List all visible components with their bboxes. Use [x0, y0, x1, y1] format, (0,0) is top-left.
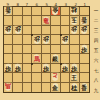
piece-gote-12[interactable]: 香 — [80, 16, 88, 25]
piece-glyph: 歩 — [5, 27, 11, 33]
piece-glyph: 馬 — [34, 56, 40, 62]
rank-label: 四 — [94, 39, 99, 44]
star-point — [31, 34, 33, 36]
rank-label: 六 — [94, 59, 99, 64]
board-cell-34[interactable]: 歩 — [61, 35, 70, 44]
board-cell-54[interactable]: 歩 — [42, 35, 51, 44]
piece-gote-34[interactable]: 歩 — [61, 35, 69, 44]
board-cell-75[interactable] — [23, 45, 32, 54]
piece-gote-54[interactable]: 歩 — [42, 35, 50, 44]
board-cell-72[interactable] — [23, 16, 32, 25]
star-point — [60, 34, 62, 36]
board-cell-98[interactable] — [4, 73, 13, 82]
piece-sente-19[interactable]: 香 — [80, 83, 88, 92]
board-cell-69[interactable] — [32, 83, 41, 92]
piece-glyph: 桂 — [71, 8, 77, 14]
board-cell-68[interactable] — [32, 73, 41, 82]
board-cell-36[interactable] — [61, 54, 70, 63]
board-cell-18[interactable] — [80, 73, 89, 82]
piece-glyph: 歩 — [43, 36, 49, 42]
rank-label: 一 — [94, 9, 99, 14]
board-cell-35[interactable] — [61, 45, 70, 54]
piece-sente-49[interactable]: 金 — [51, 83, 59, 92]
rank-label: 二 — [94, 19, 99, 24]
piece-glyph: 香 — [5, 8, 11, 14]
board-cell-48[interactable]: と — [51, 73, 60, 82]
board-cell-57[interactable]: 歩 — [42, 64, 51, 73]
piece-gote-91[interactable]: 香 — [4, 7, 12, 16]
piece-glyph: 歩 — [71, 27, 77, 33]
board-cell-31[interactable] — [61, 7, 70, 16]
piece-gote-41[interactable]: 金 — [51, 7, 59, 16]
piece-glyph: 歩 — [15, 65, 21, 71]
board-cell-67[interactable] — [32, 64, 41, 73]
board-cell-62[interactable] — [32, 16, 41, 25]
board-cell-13[interactable]: 歩 — [80, 26, 89, 35]
piece-gote-93[interactable]: 歩 — [4, 26, 12, 35]
board-cell-66[interactable]: 馬 — [32, 54, 41, 63]
piece-glyph: 歩 — [62, 65, 68, 71]
board-cell-19[interactable]: 香 — [80, 83, 89, 92]
piece-glyph: 香 — [81, 85, 87, 91]
piece-gote-99[interactable]: 馬 — [4, 83, 12, 92]
board-cell-23[interactable]: 歩 — [70, 26, 79, 35]
board-cell-49[interactable]: 金 — [51, 83, 60, 92]
shogi-app: 987654321 一二三四五六七八九 香金桂竜玉香歩歩歩歩歩歩歩歩馬銀歩歩歩歩… — [0, 0, 100, 100]
board-cell-83[interactable]: 歩 — [13, 26, 22, 35]
board-cell-33[interactable] — [61, 26, 70, 35]
piece-sente-37[interactable]: 歩 — [61, 63, 69, 72]
board-cell-37[interactable]: 歩 — [61, 64, 70, 73]
board-cell-61[interactable] — [32, 7, 41, 16]
board-cell-93[interactable]: 歩 — [4, 26, 13, 35]
board-cell-74[interactable] — [23, 35, 32, 44]
piece-glyph: 歩 — [43, 65, 49, 71]
piece-gote-48[interactable]: と — [51, 73, 59, 82]
piece-sente-87[interactable]: 歩 — [14, 63, 22, 72]
board-cell-17[interactable] — [80, 64, 89, 73]
board-cell-44[interactable] — [51, 35, 60, 44]
piece-glyph: 玉 — [71, 17, 77, 23]
piece-sente-27[interactable]: 歩 — [70, 63, 78, 72]
board-cell-27[interactable]: 歩 — [70, 64, 79, 73]
piece-sente-28[interactable]: 王 — [70, 73, 78, 82]
piece-glyph: と — [52, 74, 58, 80]
piece-sente-66[interactable]: 馬 — [33, 54, 41, 63]
board-cell-15[interactable]: 歩 — [80, 45, 89, 54]
board-cell-41[interactable]: 金 — [51, 7, 60, 16]
piece-gote-22[interactable]: 玉 — [70, 16, 78, 25]
board-cell-63[interactable] — [32, 26, 41, 35]
board-cell-29[interactable]: 桂 — [70, 83, 79, 92]
board-cell-45[interactable] — [51, 45, 60, 54]
board-cell-42[interactable] — [51, 16, 60, 25]
piece-glyph: 歩 — [81, 46, 87, 52]
board-cell-95[interactable] — [4, 45, 13, 54]
rank-labels: 一二三四五六七八九 — [91, 6, 100, 93]
rank-label: 八 — [94, 79, 99, 84]
piece-glyph: 桂 — [71, 85, 77, 91]
rank-label: 三 — [94, 29, 99, 34]
board-cell-97[interactable]: 歩 — [4, 64, 13, 73]
piece-glyph: 歩 — [71, 65, 77, 71]
board-grid: 香金桂竜玉香歩歩歩歩歩歩歩歩馬銀歩歩歩歩歩と王馬金桂香 — [4, 7, 89, 92]
board-cell-52[interactable]: 竜 — [42, 16, 51, 25]
board-cell-96[interactable] — [4, 54, 13, 63]
board-cell-81[interactable] — [13, 7, 22, 16]
piece-gote-64[interactable]: 歩 — [33, 35, 41, 44]
board-cell-87[interactable]: 歩 — [13, 64, 22, 73]
board-cell-65[interactable] — [32, 45, 41, 54]
board-cell-51[interactable] — [42, 7, 51, 16]
board-cell-89[interactable] — [13, 83, 22, 92]
shogi-board: 香金桂竜玉香歩歩歩歩歩歩歩歩馬銀歩歩歩歩歩と王馬金桂香 — [3, 6, 90, 93]
star-point — [60, 63, 62, 65]
board-cell-92[interactable] — [4, 16, 13, 25]
piece-glyph: 歩 — [5, 65, 11, 71]
piece-glyph: 竜 — [43, 18, 49, 24]
piece-glyph: 馬 — [5, 84, 11, 90]
piece-glyph: 香 — [81, 17, 87, 23]
piece-sente-46[interactable]: 銀 — [51, 54, 59, 63]
piece-sente-15[interactable]: 歩 — [80, 45, 88, 54]
piece-glyph: 王 — [71, 75, 77, 81]
board-cell-91[interactable]: 香 — [4, 7, 13, 16]
board-cell-25[interactable] — [70, 45, 79, 54]
board-cell-64[interactable]: 歩 — [32, 35, 41, 44]
board-cell-58[interactable] — [42, 73, 51, 82]
star-point — [31, 63, 33, 65]
board-cell-82[interactable] — [13, 16, 22, 25]
piece-glyph: 金 — [52, 8, 58, 14]
board-cell-85[interactable] — [13, 45, 22, 54]
board-cell-86[interactable] — [13, 54, 22, 63]
board-cell-77[interactable] — [23, 64, 32, 73]
board-cell-26[interactable] — [70, 54, 79, 63]
piece-glyph: 金 — [52, 85, 58, 91]
board-cell-47[interactable] — [51, 64, 60, 73]
piece-glyph: 歩 — [62, 36, 68, 42]
board-cell-94[interactable] — [4, 35, 13, 44]
board-cell-79[interactable] — [23, 83, 32, 92]
board-cell-78[interactable] — [23, 73, 32, 82]
piece-sente-57[interactable]: 歩 — [42, 63, 50, 72]
piece-glyph: 銀 — [52, 56, 58, 62]
board-cell-22[interactable]: 玉 — [70, 16, 79, 25]
rank-label: 九 — [94, 89, 99, 94]
board-cell-21[interactable]: 桂 — [70, 7, 79, 16]
board-cell-16[interactable] — [80, 54, 89, 63]
piece-sente-97[interactable]: 歩 — [4, 63, 12, 72]
board-cell-56[interactable] — [42, 54, 51, 63]
piece-sente-52[interactable]: 竜 — [42, 16, 50, 25]
piece-gote-83[interactable]: 歩 — [14, 26, 22, 35]
board-cell-55[interactable] — [42, 45, 51, 54]
piece-gote-23[interactable]: 歩 — [70, 26, 78, 35]
board-cell-38[interactable] — [61, 73, 70, 82]
board-cell-84[interactable] — [13, 35, 22, 44]
piece-sente-29[interactable]: 桂 — [70, 83, 78, 92]
board-cell-59[interactable] — [42, 83, 51, 92]
board-cell-11[interactable] — [80, 7, 89, 16]
board-cell-53[interactable] — [42, 26, 51, 35]
board-cell-39[interactable] — [61, 83, 70, 92]
board-cell-99[interactable]: 馬 — [4, 83, 13, 92]
piece-gote-21[interactable]: 桂 — [70, 7, 78, 16]
board-cell-32[interactable] — [61, 16, 70, 25]
rank-label: 七 — [94, 69, 99, 74]
board-cell-28[interactable]: 王 — [70, 73, 79, 82]
board-cell-88[interactable] — [13, 73, 22, 82]
piece-glyph: 歩 — [81, 27, 87, 33]
piece-gote-13[interactable]: 歩 — [80, 26, 88, 35]
piece-glyph: 歩 — [15, 27, 21, 33]
board-cell-24[interactable] — [70, 35, 79, 44]
board-cell-12[interactable]: 香 — [80, 16, 89, 25]
board-cell-14[interactable] — [80, 35, 89, 44]
board-cell-71[interactable] — [23, 7, 32, 16]
piece-glyph: 歩 — [34, 36, 40, 42]
rank-label: 五 — [94, 49, 99, 54]
